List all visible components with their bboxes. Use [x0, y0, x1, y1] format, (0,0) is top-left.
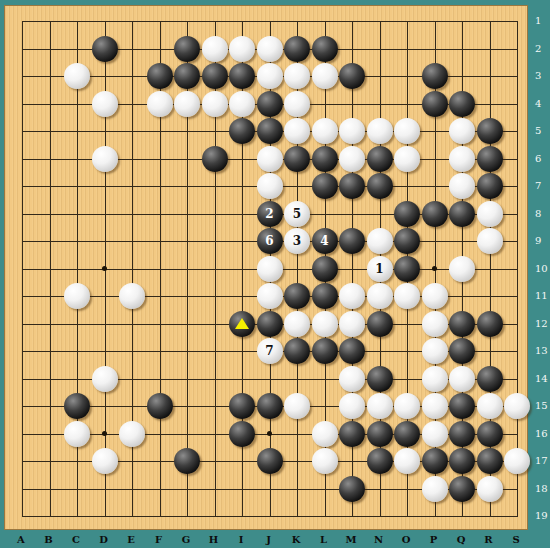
black-stone-M3[interactable]	[339, 63, 365, 89]
white-stone-R9[interactable]	[477, 228, 503, 254]
black-stone-N12[interactable]	[367, 311, 393, 337]
black-stone-K13[interactable]	[284, 338, 310, 364]
white-stone-N15[interactable]	[367, 393, 393, 419]
white-stone-O17[interactable]	[394, 448, 420, 474]
white-stone-L3[interactable]	[312, 63, 338, 89]
column-label-K: K	[292, 534, 301, 545]
move-number-label: 3	[293, 235, 301, 247]
black-stone-L7[interactable]	[312, 173, 338, 199]
black-stone-Q4[interactable]	[449, 91, 475, 117]
white-stone-H2[interactable]	[202, 36, 228, 62]
white-stone-J3[interactable]	[257, 63, 283, 89]
black-stone-Q18[interactable]	[449, 476, 475, 502]
row-label-15: 15	[535, 400, 548, 411]
black-stone-L10[interactable]	[312, 256, 338, 282]
black-stone-G3[interactable]	[174, 63, 200, 89]
white-stone-K15[interactable]	[284, 393, 310, 419]
row-label-13: 13	[535, 345, 548, 356]
black-stone-J9[interactable]: 6	[257, 228, 283, 254]
column-label-P: P	[430, 534, 438, 545]
white-stone-S17[interactable]	[504, 448, 530, 474]
white-stone-H4[interactable]	[202, 91, 228, 117]
white-stone-N10[interactable]: 1	[367, 256, 393, 282]
column-label-I: I	[239, 534, 244, 545]
white-stone-P18[interactable]	[422, 476, 448, 502]
row-label-19: 19	[535, 510, 548, 521]
black-stone-P8[interactable]	[422, 201, 448, 227]
row-label-16: 16	[535, 427, 548, 438]
white-stone-Q14[interactable]	[449, 366, 475, 392]
black-stone-Q16[interactable]	[449, 421, 475, 447]
black-stone-F15[interactable]	[147, 393, 173, 419]
black-stone-J4[interactable]	[257, 91, 283, 117]
white-stone-Q10[interactable]	[449, 256, 475, 282]
star-point	[102, 266, 107, 271]
column-label-J: J	[266, 534, 271, 545]
triangle-marker-icon	[235, 318, 249, 329]
row-label-4: 4	[535, 97, 541, 108]
black-stone-D2[interactable]	[92, 36, 118, 62]
black-stone-R6[interactable]	[477, 146, 503, 172]
white-stone-Q5[interactable]	[449, 118, 475, 144]
row-label-5: 5	[535, 125, 541, 136]
black-stone-I15[interactable]	[229, 393, 255, 419]
white-stone-R18[interactable]	[477, 476, 503, 502]
white-stone-P12[interactable]	[422, 311, 448, 337]
black-stone-O16[interactable]	[394, 421, 420, 447]
row-label-3: 3	[535, 70, 541, 81]
white-stone-P13[interactable]	[422, 338, 448, 364]
black-stone-K2[interactable]	[284, 36, 310, 62]
white-stone-C11[interactable]	[64, 283, 90, 309]
star-point	[267, 431, 272, 436]
white-stone-P14[interactable]	[422, 366, 448, 392]
black-stone-M16[interactable]	[339, 421, 365, 447]
column-label-G: G	[182, 534, 191, 545]
row-label-12: 12	[535, 317, 548, 328]
black-stone-R12[interactable]	[477, 311, 503, 337]
black-stone-F3[interactable]	[147, 63, 173, 89]
white-stone-K4[interactable]	[284, 91, 310, 117]
white-stone-K12[interactable]	[284, 311, 310, 337]
white-stone-J11[interactable]	[257, 283, 283, 309]
white-stone-J13[interactable]: 7	[257, 338, 283, 364]
black-stone-I16[interactable]	[229, 421, 255, 447]
go-app-window: 2563417 ABCDEFGHIJKLMNOPQRS1234567891011…	[0, 0, 550, 548]
white-stone-G4[interactable]	[174, 91, 200, 117]
black-stone-R17[interactable]	[477, 448, 503, 474]
black-stone-L9[interactable]: 4	[312, 228, 338, 254]
row-label-2: 2	[535, 42, 541, 53]
white-stone-I2[interactable]	[229, 36, 255, 62]
black-stone-J8[interactable]: 2	[257, 201, 283, 227]
row-label-7: 7	[535, 180, 541, 191]
black-stone-Q17[interactable]	[449, 448, 475, 474]
column-label-C: C	[72, 534, 80, 545]
white-stone-J2[interactable]	[257, 36, 283, 62]
white-stone-N11[interactable]	[367, 283, 393, 309]
grid-line-horizontal	[22, 516, 518, 517]
black-stone-H3[interactable]	[202, 63, 228, 89]
star-point	[432, 266, 437, 271]
white-stone-D14[interactable]	[92, 366, 118, 392]
black-stone-P4[interactable]	[422, 91, 448, 117]
black-stone-O8[interactable]	[394, 201, 420, 227]
column-label-S: S	[512, 534, 519, 545]
black-stone-G2[interactable]	[174, 36, 200, 62]
move-number-label: 5	[293, 208, 301, 220]
black-stone-K6[interactable]	[284, 146, 310, 172]
black-stone-R5[interactable]	[477, 118, 503, 144]
black-stone-O10[interactable]	[394, 256, 420, 282]
white-stone-K8[interactable]: 5	[284, 201, 310, 227]
black-stone-M9[interactable]	[339, 228, 365, 254]
black-stone-R16[interactable]	[477, 421, 503, 447]
column-label-E: E	[127, 534, 135, 545]
black-stone-L11[interactable]	[312, 283, 338, 309]
move-number-label: 1	[375, 263, 383, 275]
white-stone-J10[interactable]	[257, 256, 283, 282]
black-stone-Q12[interactable]	[449, 311, 475, 337]
black-stone-M13[interactable]	[339, 338, 365, 364]
column-label-M: M	[345, 534, 356, 545]
black-stone-N7[interactable]	[367, 173, 393, 199]
black-stone-L13[interactable]	[312, 338, 338, 364]
black-stone-J12[interactable]	[257, 311, 283, 337]
white-stone-L5[interactable]	[312, 118, 338, 144]
black-stone-R7[interactable]	[477, 173, 503, 199]
column-label-R: R	[484, 534, 492, 545]
white-stone-P15[interactable]	[422, 393, 448, 419]
black-stone-N6[interactable]	[367, 146, 393, 172]
white-stone-M14[interactable]	[339, 366, 365, 392]
black-stone-J15[interactable]	[257, 393, 283, 419]
row-label-18: 18	[535, 482, 548, 493]
white-stone-O5[interactable]	[394, 118, 420, 144]
white-stone-E11[interactable]	[119, 283, 145, 309]
black-stone-Q8[interactable]	[449, 201, 475, 227]
white-stone-C16[interactable]	[64, 421, 90, 447]
white-stone-R15[interactable]	[477, 393, 503, 419]
move-number-label: 4	[320, 235, 328, 247]
row-label-1: 1	[535, 15, 541, 26]
white-stone-E16[interactable]	[119, 421, 145, 447]
white-stone-L16[interactable]	[312, 421, 338, 447]
white-stone-S15[interactable]	[504, 393, 530, 419]
black-stone-K11[interactable]	[284, 283, 310, 309]
white-stone-Q6[interactable]	[449, 146, 475, 172]
row-label-10: 10	[535, 262, 548, 273]
column-label-A: A	[17, 534, 25, 545]
black-stone-J5[interactable]	[257, 118, 283, 144]
white-stone-O15[interactable]	[394, 393, 420, 419]
star-point	[102, 431, 107, 436]
row-label-8: 8	[535, 207, 541, 218]
go-board[interactable]: 2563417	[4, 5, 528, 530]
black-stone-R14[interactable]	[477, 366, 503, 392]
black-stone-Q15[interactable]	[449, 393, 475, 419]
white-stone-P11[interactable]	[422, 283, 448, 309]
black-stone-Q13[interactable]	[449, 338, 475, 364]
white-stone-F4[interactable]	[147, 91, 173, 117]
black-stone-L2[interactable]	[312, 36, 338, 62]
white-stone-K9[interactable]: 3	[284, 228, 310, 254]
white-stone-M15[interactable]	[339, 393, 365, 419]
column-label-O: O	[402, 534, 411, 545]
white-stone-N5[interactable]	[367, 118, 393, 144]
white-stone-L17[interactable]	[312, 448, 338, 474]
row-label-9: 9	[535, 235, 541, 246]
white-stone-O11[interactable]	[394, 283, 420, 309]
white-stone-L12[interactable]	[312, 311, 338, 337]
black-stone-C15[interactable]	[64, 393, 90, 419]
column-label-Q: Q	[457, 534, 466, 545]
row-label-11: 11	[535, 290, 548, 301]
row-label-17: 17	[535, 455, 548, 466]
column-label-N: N	[374, 534, 383, 545]
black-stone-N14[interactable]	[367, 366, 393, 392]
row-label-6: 6	[535, 152, 541, 163]
black-stone-H6[interactable]	[202, 146, 228, 172]
white-stone-K3[interactable]	[284, 63, 310, 89]
black-stone-P3[interactable]	[422, 63, 448, 89]
black-stone-I3[interactable]	[229, 63, 255, 89]
white-stone-I4[interactable]	[229, 91, 255, 117]
row-label-14: 14	[535, 372, 548, 383]
grid-line-vertical	[517, 21, 518, 517]
white-stone-M6[interactable]	[339, 146, 365, 172]
white-stone-R8[interactable]	[477, 201, 503, 227]
white-stone-Q7[interactable]	[449, 173, 475, 199]
black-stone-N16[interactable]	[367, 421, 393, 447]
black-stone-I5[interactable]	[229, 118, 255, 144]
black-stone-G17[interactable]	[174, 448, 200, 474]
move-number-label: 7	[265, 345, 273, 357]
white-stone-K5[interactable]	[284, 118, 310, 144]
white-stone-D4[interactable]	[92, 91, 118, 117]
black-stone-M18[interactable]	[339, 476, 365, 502]
white-stone-D6[interactable]	[92, 146, 118, 172]
column-label-B: B	[44, 534, 52, 545]
white-stone-N9[interactable]	[367, 228, 393, 254]
black-stone-O9[interactable]	[394, 228, 420, 254]
black-stone-L6[interactable]	[312, 146, 338, 172]
black-stone-J17[interactable]	[257, 448, 283, 474]
white-stone-M11[interactable]	[339, 283, 365, 309]
column-label-L: L	[320, 534, 327, 545]
white-stone-C3[interactable]	[64, 63, 90, 89]
black-stone-P17[interactable]	[422, 448, 448, 474]
white-stone-M12[interactable]	[339, 311, 365, 337]
black-stone-I12[interactable]	[229, 311, 255, 337]
white-stone-J6[interactable]	[257, 146, 283, 172]
white-stone-P16[interactable]	[422, 421, 448, 447]
white-stone-O6[interactable]	[394, 146, 420, 172]
black-stone-N17[interactable]	[367, 448, 393, 474]
white-stone-D17[interactable]	[92, 448, 118, 474]
black-stone-M7[interactable]	[339, 173, 365, 199]
column-label-D: D	[99, 534, 108, 545]
white-stone-M5[interactable]	[339, 118, 365, 144]
white-stone-J7[interactable]	[257, 173, 283, 199]
column-label-H: H	[209, 534, 218, 545]
move-number-label: 2	[265, 208, 273, 220]
column-label-F: F	[155, 534, 162, 545]
move-number-label: 6	[265, 235, 273, 247]
